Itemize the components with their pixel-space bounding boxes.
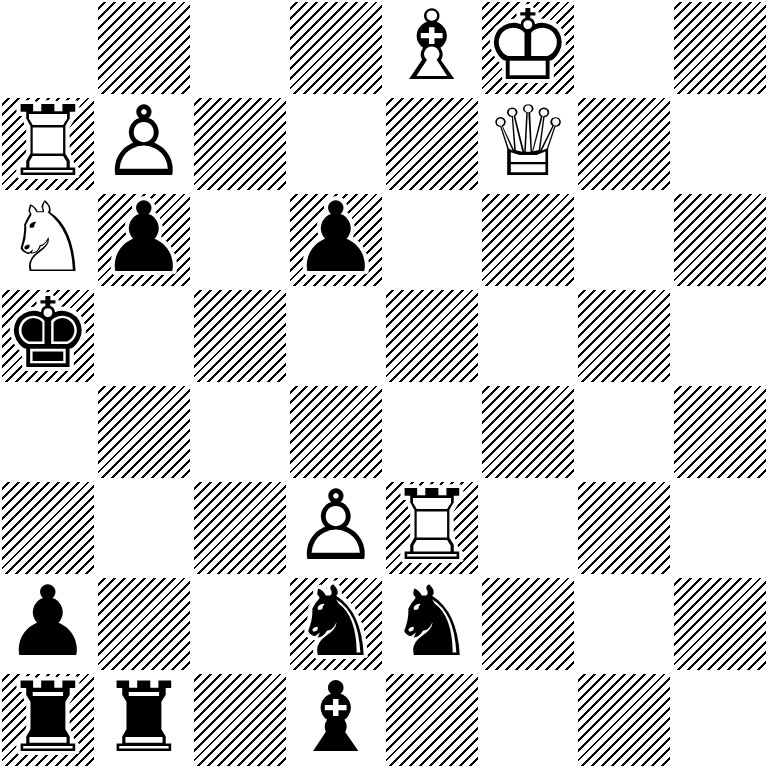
white-piece-fill-layer: ♚ xyxy=(480,0,576,94)
square-f8[interactable]: ♚♔ xyxy=(480,0,576,96)
square-c6[interactable] xyxy=(192,192,288,288)
square-g8[interactable] xyxy=(576,0,672,96)
square-f1[interactable] xyxy=(480,672,576,768)
black-piece-fill-layer: ♟ xyxy=(96,190,192,286)
square-c2[interactable] xyxy=(192,576,288,672)
square-e3[interactable]: ♜♖ xyxy=(384,480,480,576)
square-a8[interactable] xyxy=(0,0,96,96)
square-c3[interactable] xyxy=(192,480,288,576)
square-b5[interactable] xyxy=(96,288,192,384)
square-f7[interactable]: ♛♕ xyxy=(480,96,576,192)
white-piece-outline-layer: ♗ xyxy=(384,0,480,94)
white-piece-outline-layer: ♖ xyxy=(0,94,96,190)
black-piece-fill-layer: ♞ xyxy=(288,574,384,670)
square-h5[interactable] xyxy=(672,288,768,384)
piece-black-king: ♚ xyxy=(0,288,96,384)
square-a1[interactable]: ♜ xyxy=(0,672,96,768)
square-d1[interactable]: ♝ xyxy=(288,672,384,768)
square-h3[interactable] xyxy=(672,480,768,576)
piece-black-pawn: ♟ xyxy=(0,576,96,672)
square-d5[interactable] xyxy=(288,288,384,384)
square-b2[interactable] xyxy=(96,576,192,672)
white-piece-outline-layer: ♙ xyxy=(96,94,192,190)
square-b3[interactable] xyxy=(96,480,192,576)
square-c8[interactable] xyxy=(192,0,288,96)
white-piece-fill-layer: ♜ xyxy=(384,478,480,574)
square-c7[interactable] xyxy=(192,96,288,192)
black-piece-fill-layer: ♜ xyxy=(96,670,192,766)
piece-white-knight: ♞♘ xyxy=(0,192,96,288)
piece-black-knight: ♞ xyxy=(384,576,480,672)
piece-black-rook: ♜ xyxy=(0,672,96,768)
square-e6[interactable] xyxy=(384,192,480,288)
square-a6[interactable]: ♞♘ xyxy=(0,192,96,288)
square-h4[interactable] xyxy=(672,384,768,480)
square-a7[interactable]: ♜♖ xyxy=(0,96,96,192)
square-e7[interactable] xyxy=(384,96,480,192)
black-piece-fill-layer: ♚ xyxy=(0,286,96,382)
square-e1[interactable] xyxy=(384,672,480,768)
square-a4[interactable] xyxy=(0,384,96,480)
square-h6[interactable] xyxy=(672,192,768,288)
piece-white-rook: ♜♖ xyxy=(384,480,480,576)
piece-black-knight: ♞ xyxy=(288,576,384,672)
piece-white-pawn: ♟♙ xyxy=(96,96,192,192)
square-f4[interactable] xyxy=(480,384,576,480)
square-b8[interactable] xyxy=(96,0,192,96)
square-c4[interactable] xyxy=(192,384,288,480)
square-e8[interactable]: ♝♗ xyxy=(384,0,480,96)
square-a3[interactable] xyxy=(0,480,96,576)
square-f6[interactable] xyxy=(480,192,576,288)
square-g5[interactable] xyxy=(576,288,672,384)
piece-black-pawn: ♟ xyxy=(288,192,384,288)
square-d4[interactable] xyxy=(288,384,384,480)
white-piece-fill-layer: ♜ xyxy=(0,94,96,190)
square-g2[interactable] xyxy=(576,576,672,672)
square-g7[interactable] xyxy=(576,96,672,192)
piece-white-bishop: ♝♗ xyxy=(384,0,480,96)
black-piece-fill-layer: ♝ xyxy=(288,670,384,766)
chess-board: ♝♗♚♔♜♖♟♙♛♕♞♘♟♟♚♟♙♜♖♟♞♞♜♜♝ xyxy=(0,0,768,768)
white-piece-outline-layer: ♘ xyxy=(0,190,96,286)
piece-black-pawn: ♟ xyxy=(96,192,192,288)
white-piece-fill-layer: ♟ xyxy=(96,94,192,190)
white-piece-outline-layer: ♖ xyxy=(384,478,480,574)
white-piece-outline-layer: ♙ xyxy=(288,478,384,574)
square-g4[interactable] xyxy=(576,384,672,480)
square-d8[interactable] xyxy=(288,0,384,96)
square-c5[interactable] xyxy=(192,288,288,384)
piece-white-king: ♚♔ xyxy=(480,0,576,96)
piece-white-rook: ♜♖ xyxy=(0,96,96,192)
black-piece-fill-layer: ♜ xyxy=(0,670,96,766)
black-piece-fill-layer: ♟ xyxy=(0,574,96,670)
square-e4[interactable] xyxy=(384,384,480,480)
square-a5[interactable]: ♚ xyxy=(0,288,96,384)
black-piece-fill-layer: ♟ xyxy=(288,190,384,286)
square-b1[interactable]: ♜ xyxy=(96,672,192,768)
square-e2[interactable]: ♞ xyxy=(384,576,480,672)
square-h8[interactable] xyxy=(672,0,768,96)
white-piece-fill-layer: ♟ xyxy=(288,478,384,574)
piece-black-rook: ♜ xyxy=(96,672,192,768)
square-f2[interactable] xyxy=(480,576,576,672)
square-f5[interactable] xyxy=(480,288,576,384)
square-g3[interactable] xyxy=(576,480,672,576)
square-g6[interactable] xyxy=(576,192,672,288)
square-d3[interactable]: ♟♙ xyxy=(288,480,384,576)
square-b4[interactable] xyxy=(96,384,192,480)
white-piece-fill-layer: ♛ xyxy=(480,94,576,190)
white-piece-fill-layer: ♞ xyxy=(0,190,96,286)
square-g1[interactable] xyxy=(576,672,672,768)
square-b7[interactable]: ♟♙ xyxy=(96,96,192,192)
piece-white-queen: ♛♕ xyxy=(480,96,576,192)
square-d2[interactable]: ♞ xyxy=(288,576,384,672)
square-h1[interactable] xyxy=(672,672,768,768)
square-d7[interactable] xyxy=(288,96,384,192)
square-h2[interactable] xyxy=(672,576,768,672)
square-b6[interactable]: ♟ xyxy=(96,192,192,288)
square-f3[interactable] xyxy=(480,480,576,576)
white-piece-outline-layer: ♔ xyxy=(480,0,576,94)
square-c1[interactable] xyxy=(192,672,288,768)
white-piece-fill-layer: ♝ xyxy=(384,0,480,94)
square-e5[interactable] xyxy=(384,288,480,384)
square-a2[interactable]: ♟ xyxy=(0,576,96,672)
white-piece-outline-layer: ♕ xyxy=(480,94,576,190)
square-h7[interactable] xyxy=(672,96,768,192)
square-d6[interactable]: ♟ xyxy=(288,192,384,288)
black-piece-fill-layer: ♞ xyxy=(384,574,480,670)
piece-white-pawn: ♟♙ xyxy=(288,480,384,576)
piece-black-bishop: ♝ xyxy=(288,672,384,768)
